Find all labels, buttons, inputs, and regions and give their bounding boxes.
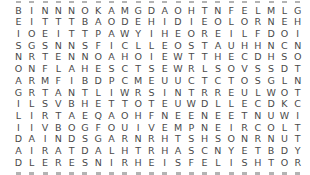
grid-cell[interactable]: R [198, 28, 211, 40]
grid-cell[interactable]: N [92, 157, 105, 169]
grid-cell[interactable]: N [211, 5, 224, 17]
grid-cell[interactable]: H [211, 51, 224, 63]
grid-cell[interactable]: H [145, 16, 158, 28]
grid-cell[interactable]: N [291, 75, 304, 87]
grid-cell[interactable]: E [198, 16, 211, 28]
grid-cell[interactable]: A [65, 110, 78, 122]
grid-cell[interactable]: I [12, 98, 25, 110]
grid-cell[interactable]: I [105, 157, 118, 169]
grid-cell[interactable]: F [251, 28, 264, 40]
grid-cell[interactable]: H [158, 145, 171, 157]
grid-cell[interactable]: T [38, 86, 51, 98]
grid-cell[interactable]: L [225, 98, 238, 110]
grid-cell[interactable]: C [118, 75, 131, 87]
grid-cell[interactable]: N [65, 86, 78, 98]
grid-cell[interactable]: K [92, 5, 105, 17]
grid-cell[interactable]: O [105, 16, 118, 28]
grid-cell[interactable]: T [65, 28, 78, 40]
grid-cell[interactable]: L [12, 110, 25, 122]
grid-cell[interactable]: F [38, 63, 51, 75]
grid-cell[interactable]: W [171, 63, 184, 75]
grid-cell[interactable]: S [38, 40, 51, 52]
grid-cell[interactable]: O [92, 51, 105, 63]
grid-cell[interactable]: G [264, 75, 277, 87]
grid-cell[interactable]: G [131, 5, 144, 17]
grid-cell[interactable]: S [238, 157, 251, 169]
grid-cell[interactable]: I [185, 16, 198, 28]
grid-cell[interactable]: R [251, 16, 264, 28]
grid-cell[interactable]: O [278, 157, 291, 169]
grid-cell[interactable]: T [291, 63, 304, 75]
grid-cell[interactable]: T [105, 98, 118, 110]
grid-cell[interactable]: T [291, 86, 304, 98]
grid-cell[interactable]: I [158, 16, 171, 28]
grid-cell[interactable]: C [251, 121, 264, 133]
grid-cell[interactable]: T [185, 86, 198, 98]
grid-cell[interactable]: Y [225, 145, 238, 157]
grid-cell[interactable]: L [225, 16, 238, 28]
grid-cell[interactable]: A [12, 145, 25, 157]
grid-cell[interactable]: S [78, 40, 91, 52]
grid-cell[interactable]: L [251, 86, 264, 98]
grid-cell[interactable]: B [12, 5, 25, 17]
grid-cell[interactable]: E [278, 16, 291, 28]
grid-cell[interactable]: O [131, 98, 144, 110]
grid-cell[interactable]: T [198, 40, 211, 52]
grid-cell[interactable]: I [12, 121, 25, 133]
grid-cell[interactable]: T [198, 51, 211, 63]
grid-cell[interactable]: S [278, 51, 291, 63]
grid-cell[interactable]: R [198, 86, 211, 98]
grid-cell[interactable]: T [185, 51, 198, 63]
grid-cell[interactable]: S [78, 157, 91, 169]
grid-cell[interactable]: U [171, 75, 184, 87]
grid-cell[interactable]: N [251, 110, 264, 122]
grid-cell[interactable]: O [225, 63, 238, 75]
grid-cell[interactable]: L [211, 98, 224, 110]
grid-cell[interactable]: L [52, 63, 65, 75]
grid-cell[interactable]: N [264, 133, 277, 145]
grid-cell[interactable]: T [52, 16, 65, 28]
grid-cell[interactable]: M [131, 75, 144, 87]
grid-cell[interactable]: R [118, 157, 131, 169]
grid-cell[interactable]: A [158, 5, 171, 17]
grid-cell[interactable]: S [145, 63, 158, 75]
grid-cell[interactable]: H [291, 16, 304, 28]
grid-cell[interactable]: R [38, 110, 51, 122]
grid-cell[interactable]: N [38, 5, 51, 17]
grid-cell[interactable]: H [238, 40, 251, 52]
grid-cell[interactable]: N [264, 40, 277, 52]
grid-cell[interactable]: A [65, 63, 78, 75]
grid-cell[interactable]: N [198, 110, 211, 122]
grid-cell[interactable]: D [145, 5, 158, 17]
grid-cell[interactable]: S [105, 63, 118, 75]
grid-cell[interactable]: D [92, 75, 105, 87]
grid-cell[interactable]: I [291, 110, 304, 122]
grid-cell[interactable]: F [92, 121, 105, 133]
grid-cell[interactable]: S [12, 40, 25, 52]
grid-cell[interactable]: W [118, 28, 131, 40]
grid-cell[interactable]: L [131, 40, 144, 52]
grid-cell[interactable]: R [291, 157, 304, 169]
grid-cell[interactable]: E [211, 110, 224, 122]
grid-cell[interactable]: I [12, 28, 25, 40]
grid-cell[interactable]: S [171, 157, 184, 169]
grid-cell[interactable]: O [238, 16, 251, 28]
grid-cell[interactable]: N [65, 5, 78, 17]
grid-cell[interactable]: R [145, 145, 158, 157]
grid-cell[interactable]: N [12, 51, 25, 63]
grid-cell[interactable]: Y [291, 145, 304, 157]
grid-cell[interactable]: F [52, 75, 65, 87]
grid-cell[interactable]: H [131, 110, 144, 122]
grid-cell[interactable]: O [278, 28, 291, 40]
grid-cell[interactable]: E [145, 157, 158, 169]
grid-cell[interactable]: P [92, 28, 105, 40]
grid-cell[interactable]: T [78, 86, 91, 98]
grid-cell[interactable]: I [105, 40, 118, 52]
grid-cell[interactable]: U [264, 110, 277, 122]
grid-cell[interactable]: E [238, 145, 251, 157]
grid-cell[interactable]: S [38, 98, 51, 110]
grid-cell[interactable]: I [145, 51, 158, 63]
grid-cell[interactable]: I [145, 28, 158, 40]
grid-cell[interactable]: S [211, 63, 224, 75]
grid-cell[interactable]: O [264, 121, 277, 133]
grid-cell[interactable]: H [118, 145, 131, 157]
grid-cell[interactable]: E [52, 51, 65, 63]
grid-cell[interactable]: O [278, 86, 291, 98]
grid-cell[interactable]: D [264, 98, 277, 110]
grid-cell[interactable]: A [105, 51, 118, 63]
grid-cell[interactable]: C [278, 40, 291, 52]
grid-cell[interactable]: E [158, 121, 171, 133]
grid-cell[interactable]: L [25, 157, 38, 169]
grid-cell[interactable]: E [12, 16, 25, 28]
grid-cell[interactable]: T [145, 98, 158, 110]
grid-cell[interactable]: M [264, 5, 277, 17]
grid-cell[interactable]: R [52, 157, 65, 169]
grid-cell[interactable]: W [185, 98, 198, 110]
grid-cell[interactable]: D [12, 157, 25, 169]
grid-cell[interactable]: U [278, 133, 291, 145]
grid-cell[interactable]: W [171, 51, 184, 63]
grid-cell[interactable]: E [211, 28, 224, 40]
grid-cell[interactable]: H [158, 28, 171, 40]
grid-cell[interactable]: E [225, 110, 238, 122]
grid-cell[interactable]: M [118, 5, 131, 17]
grid-cell[interactable]: L [278, 75, 291, 87]
grid-cell[interactable]: L [198, 63, 211, 75]
grid-cell[interactable]: F [225, 5, 238, 17]
grid-cell[interactable]: E [198, 157, 211, 169]
grid-cell[interactable]: D [171, 16, 184, 28]
grid-cell[interactable]: H [185, 5, 198, 17]
grid-cell[interactable]: G [78, 121, 91, 133]
grid-cell[interactable]: S [251, 75, 264, 87]
grid-cell[interactable]: C [118, 63, 131, 75]
grid-cell[interactable]: S [185, 145, 198, 157]
grid-cell[interactable]: E [171, 28, 184, 40]
grid-cell[interactable]: L [145, 40, 158, 52]
grid-cell[interactable]: R [145, 133, 158, 145]
grid-cell[interactable]: R [118, 133, 131, 145]
grid-cell[interactable]: R [25, 86, 38, 98]
grid-cell[interactable]: C [118, 40, 131, 52]
grid-cell[interactable]: I [105, 86, 118, 98]
grid-cell[interactable]: T [118, 98, 131, 110]
grid-cell[interactable]: N [52, 40, 65, 52]
grid-cell[interactable]: D [65, 133, 78, 145]
grid-cell[interactable]: I [38, 133, 51, 145]
grid-cell[interactable]: T [78, 28, 91, 40]
grid-cell[interactable]: T [198, 75, 211, 87]
grid-cell[interactable]: T [38, 16, 51, 28]
grid-cell[interactable]: L [105, 145, 118, 157]
grid-cell[interactable]: T [291, 121, 304, 133]
grid-cell[interactable]: G [92, 133, 105, 145]
grid-cell[interactable]: P [105, 75, 118, 87]
grid-cell[interactable]: B [65, 98, 78, 110]
grid-cell[interactable]: K [278, 98, 291, 110]
grid-cell[interactable]: A [92, 145, 105, 157]
grid-cell[interactable]: T [198, 5, 211, 17]
grid-cell[interactable]: N [65, 51, 78, 63]
grid-cell[interactable]: C [251, 98, 264, 110]
grid-cell[interactable]: O [238, 75, 251, 87]
grid-cell[interactable]: G [291, 5, 304, 17]
grid-cell[interactable]: R [238, 121, 251, 133]
grid-cell[interactable]: D [264, 28, 277, 40]
grid-cell[interactable]: C [198, 145, 211, 157]
grid-cell[interactable]: E [92, 98, 105, 110]
grid-cell[interactable]: E [131, 16, 144, 28]
grid-cell[interactable]: E [211, 121, 224, 133]
grid-cell[interactable]: D [198, 98, 211, 110]
grid-cell[interactable]: C [211, 75, 224, 87]
grid-cell[interactable]: T [52, 110, 65, 122]
grid-cell[interactable]: S [145, 86, 158, 98]
grid-cell[interactable]: V [38, 121, 51, 133]
grid-cell[interactable]: E [238, 5, 251, 17]
grid-cell[interactable]: E [158, 51, 171, 63]
grid-cell[interactable]: I [225, 28, 238, 40]
grid-cell[interactable]: M [171, 121, 184, 133]
grid-cell[interactable]: A [105, 133, 118, 145]
grid-cell[interactable]: E [38, 28, 51, 40]
grid-cell[interactable]: N [25, 63, 38, 75]
grid-cell[interactable]: C [238, 51, 251, 63]
grid-cell[interactable]: B [52, 121, 65, 133]
grid-cell[interactable]: H [131, 157, 144, 169]
grid-cell[interactable]: I [131, 121, 144, 133]
grid-cell[interactable]: F [185, 157, 198, 169]
grid-cell[interactable]: H [78, 98, 91, 110]
grid-cell[interactable]: T [171, 133, 184, 145]
grid-cell[interactable]: U [225, 40, 238, 52]
grid-cell[interactable]: C [185, 75, 198, 87]
grid-cell[interactable]: I [158, 86, 171, 98]
grid-cell[interactable]: O [171, 5, 184, 17]
grid-cell[interactable]: L [25, 98, 38, 110]
grid-cell[interactable]: U [171, 98, 184, 110]
grid-cell[interactable]: O [171, 40, 184, 52]
grid-cell[interactable]: O [185, 28, 198, 40]
grid-cell[interactable]: T [225, 75, 238, 87]
grid-cell[interactable]: H [158, 133, 171, 145]
grid-cell[interactable]: E [78, 110, 91, 122]
grid-cell[interactable]: F [145, 110, 158, 122]
grid-cell[interactable]: I [25, 145, 38, 157]
grid-cell[interactable]: S [211, 133, 224, 145]
grid-cell[interactable]: A [171, 145, 184, 157]
grid-cell[interactable]: D [278, 145, 291, 157]
grid-cell[interactable]: T [131, 63, 144, 75]
grid-cell[interactable]: D [12, 133, 25, 145]
grid-cell[interactable]: E [145, 75, 158, 87]
grid-cell[interactable]: S [251, 63, 264, 75]
grid-cell[interactable]: V [52, 98, 65, 110]
grid-cell[interactable]: R [131, 86, 144, 98]
grid-cell[interactable]: I [158, 157, 171, 169]
grid-cell[interactable]: S [264, 63, 277, 75]
grid-cell[interactable]: A [52, 86, 65, 98]
grid-cell[interactable]: E [225, 86, 238, 98]
grid-cell[interactable]: T [65, 145, 78, 157]
grid-cell[interactable]: H [264, 51, 277, 63]
grid-cell[interactable]: L [251, 5, 264, 17]
grid-cell[interactable]: A [25, 133, 38, 145]
grid-cell[interactable]: A [211, 40, 224, 52]
grid-cell[interactable]: N [52, 133, 65, 145]
grid-cell[interactable]: N [52, 5, 65, 17]
grid-cell[interactable]: S [185, 40, 198, 52]
grid-cell[interactable]: E [158, 63, 171, 75]
grid-cell[interactable]: G [12, 86, 25, 98]
grid-cell[interactable]: I [25, 110, 38, 122]
grid-cell[interactable]: V [238, 63, 251, 75]
grid-cell[interactable]: U [118, 121, 131, 133]
grid-cell[interactable]: N [158, 110, 171, 122]
grid-cell[interactable]: Q [92, 110, 105, 122]
grid-cell[interactable]: O [78, 5, 91, 17]
grid-cell[interactable]: D [118, 16, 131, 28]
grid-cell[interactable]: N [198, 121, 211, 133]
grid-cell[interactable]: T [238, 110, 251, 122]
grid-cell[interactable]: T [65, 16, 78, 28]
grid-cell[interactable]: I [52, 28, 65, 40]
grid-cell[interactable]: H [78, 63, 91, 75]
grid-cell[interactable]: F [92, 40, 105, 52]
grid-cell[interactable]: W [118, 86, 131, 98]
grid-cell[interactable]: D [78, 145, 91, 157]
grid-cell[interactable]: N [65, 40, 78, 52]
grid-cell[interactable]: U [238, 86, 251, 98]
grid-cell[interactable]: B [264, 145, 277, 157]
grid-cell[interactable]: A [105, 28, 118, 40]
grid-cell[interactable]: H [251, 40, 264, 52]
grid-cell[interactable]: I [25, 121, 38, 133]
grid-cell[interactable]: O [291, 51, 304, 63]
grid-cell[interactable]: O [12, 63, 25, 75]
grid-cell[interactable]: O [211, 16, 224, 28]
grid-cell[interactable]: L [211, 157, 224, 169]
grid-cell[interactable]: T [264, 157, 277, 169]
grid-cell[interactable]: O [131, 51, 144, 63]
grid-cell[interactable]: E [238, 98, 251, 110]
grid-cell[interactable]: D [251, 51, 264, 63]
grid-cell[interactable]: I [225, 121, 238, 133]
grid-cell[interactable]: I [25, 16, 38, 28]
grid-cell[interactable]: N [238, 133, 251, 145]
grid-cell[interactable]: P [185, 121, 198, 133]
grid-cell[interactable]: D [278, 63, 291, 75]
grid-cell[interactable]: E [158, 98, 171, 110]
grid-cell[interactable]: G [25, 40, 38, 52]
grid-cell[interactable]: H [251, 157, 264, 169]
grid-cell[interactable]: O [25, 28, 38, 40]
grid-cell[interactable]: S [78, 133, 91, 145]
grid-cell[interactable]: B [78, 16, 91, 28]
grid-cell[interactable]: W [264, 86, 277, 98]
grid-cell[interactable]: O [225, 133, 238, 145]
grid-cell[interactable]: U [158, 75, 171, 87]
grid-cell[interactable]: H [198, 133, 211, 145]
grid-cell[interactable]: T [38, 51, 51, 63]
grid-cell[interactable]: N [291, 40, 304, 52]
grid-cell[interactable]: T [131, 145, 144, 157]
grid-cell[interactable]: N [211, 145, 224, 157]
grid-cell[interactable]: A [52, 145, 65, 157]
grid-cell[interactable]: O [65, 121, 78, 133]
grid-cell[interactable]: E [185, 110, 198, 122]
grid-cell[interactable]: L [278, 5, 291, 17]
grid-cell[interactable]: R [251, 133, 264, 145]
grid-cell[interactable]: C [291, 98, 304, 110]
grid-cell[interactable]: H [118, 51, 131, 63]
grid-cell[interactable]: A [12, 75, 25, 87]
grid-cell[interactable]: E [65, 157, 78, 169]
grid-cell[interactable]: N [131, 133, 144, 145]
grid-cell[interactable]: Y [131, 28, 144, 40]
grid-cell[interactable]: B [78, 75, 91, 87]
grid-cell[interactable]: T [291, 133, 304, 145]
grid-cell[interactable]: E [171, 110, 184, 122]
grid-cell[interactable]: A [105, 110, 118, 122]
grid-cell[interactable]: I [65, 75, 78, 87]
grid-cell[interactable]: O [105, 121, 118, 133]
grid-cell[interactable]: N [171, 86, 184, 98]
grid-cell[interactable]: N [264, 16, 277, 28]
grid-cell[interactable]: T [251, 145, 264, 157]
grid-cell[interactable]: I [225, 157, 238, 169]
grid-cell[interactable]: R [211, 86, 224, 98]
grid-cell[interactable]: E [225, 51, 238, 63]
grid-cell[interactable]: L [92, 86, 105, 98]
grid-cell[interactable]: V [145, 121, 158, 133]
grid-cell[interactable]: L [278, 121, 291, 133]
grid-cell[interactable]: S [185, 133, 198, 145]
grid-cell[interactable]: R [25, 75, 38, 87]
grid-cell[interactable]: A [92, 16, 105, 28]
grid-cell[interactable]: R [25, 51, 38, 63]
grid-cell[interactable]: R [185, 63, 198, 75]
grid-cell[interactable]: A [105, 5, 118, 17]
grid-cell[interactable]: N [78, 51, 91, 63]
grid-cell[interactable]: R [38, 145, 51, 157]
grid-cell[interactable]: I [291, 28, 304, 40]
